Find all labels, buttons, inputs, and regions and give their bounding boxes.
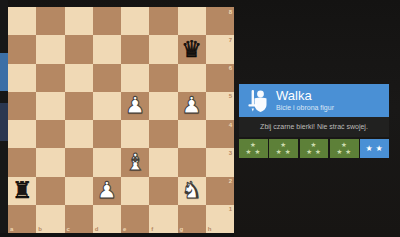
board-bottom-strip xyxy=(0,233,234,237)
app-window: 8♛76♟♟54♝3♜♟♞2abcdefg1h Walka Bicie i ob… xyxy=(0,0,400,237)
file-label-c: c xyxy=(67,226,70,232)
sidebar-item[interactable] xyxy=(0,103,8,141)
square-g2[interactable]: ♞ xyxy=(178,177,206,205)
square-e4[interactable] xyxy=(121,120,149,148)
square-d8[interactable] xyxy=(93,7,121,35)
square-f2[interactable] xyxy=(149,177,177,205)
piece-white-pawn[interactable]: ♟ xyxy=(181,94,202,117)
square-h5[interactable]: 5 xyxy=(206,92,234,120)
square-a1[interactable]: a xyxy=(8,205,36,233)
rank-label-4: 4 xyxy=(229,122,232,128)
star-icon: ★ xyxy=(280,141,287,148)
square-g3[interactable] xyxy=(178,148,206,176)
square-f1[interactable]: f xyxy=(149,205,177,233)
square-b5[interactable] xyxy=(36,92,64,120)
star-icon: ★ xyxy=(365,144,373,153)
square-d5[interactable] xyxy=(93,92,121,120)
square-e7[interactable] xyxy=(121,35,149,63)
file-label-f: f xyxy=(151,226,153,232)
square-d3[interactable] xyxy=(93,148,121,176)
lesson-subtitle: Bicie i obrona figur xyxy=(276,103,334,112)
square-f6[interactable] xyxy=(149,64,177,92)
square-h2[interactable]: 2 xyxy=(206,177,234,205)
sword-shield-icon xyxy=(245,88,271,114)
star-icon: ★ xyxy=(246,148,253,155)
square-e3[interactable]: ♝ xyxy=(121,148,149,176)
square-b4[interactable] xyxy=(36,120,64,148)
star-icon: ★ xyxy=(276,148,283,155)
progress-tile-1-completed[interactable]: ★★★ xyxy=(239,139,268,158)
square-e1[interactable]: e xyxy=(121,205,149,233)
square-e2[interactable] xyxy=(121,177,149,205)
square-a6[interactable] xyxy=(8,64,36,92)
star-icon: ★ xyxy=(250,141,257,148)
square-h3[interactable]: 3 xyxy=(206,148,234,176)
star-icon: ★ xyxy=(336,148,343,155)
square-d1[interactable]: d xyxy=(93,205,121,233)
square-h6[interactable]: 6 xyxy=(206,64,234,92)
star-icon: ★ xyxy=(306,148,313,155)
square-d6[interactable] xyxy=(93,64,121,92)
square-f8[interactable] xyxy=(149,7,177,35)
square-g7[interactable]: ♛ xyxy=(178,35,206,63)
square-h8[interactable]: 8 xyxy=(206,7,234,35)
square-b7[interactable] xyxy=(36,35,64,63)
square-c7[interactable] xyxy=(65,35,93,63)
rank-label-6: 6 xyxy=(229,65,232,71)
square-b8[interactable] xyxy=(36,7,64,35)
file-label-d: d xyxy=(95,226,99,232)
square-d4[interactable] xyxy=(93,120,121,148)
piece-black-rook[interactable]: ♜ xyxy=(12,179,33,202)
square-f7[interactable] xyxy=(149,35,177,63)
sidebar-strip xyxy=(0,0,8,237)
square-e8[interactable] xyxy=(121,7,149,35)
file-label-b: b xyxy=(38,226,42,232)
piece-black-queen[interactable]: ♛ xyxy=(181,38,202,61)
square-g4[interactable] xyxy=(178,120,206,148)
rank-label-8: 8 xyxy=(229,9,232,15)
rank-label-7: 7 xyxy=(229,37,232,43)
square-e6[interactable] xyxy=(121,64,149,92)
sidebar-item-active[interactable] xyxy=(0,53,8,91)
square-c8[interactable] xyxy=(65,7,93,35)
lesson-panel: Walka Bicie i obrona figur Zbij czarne b… xyxy=(239,84,389,158)
square-a8[interactable] xyxy=(8,7,36,35)
square-h1[interactable]: 1h xyxy=(206,205,234,233)
rank-label-2: 2 xyxy=(229,178,232,184)
file-label-h: h xyxy=(208,226,212,232)
square-c3[interactable] xyxy=(65,148,93,176)
square-c4[interactable] xyxy=(65,120,93,148)
piece-white-bishop[interactable]: ♝ xyxy=(125,151,146,174)
square-g6[interactable] xyxy=(178,64,206,92)
square-a2[interactable]: ♜ xyxy=(8,177,36,205)
file-label-a: a xyxy=(10,226,13,232)
square-a4[interactable] xyxy=(8,120,36,148)
square-e5[interactable]: ♟ xyxy=(121,92,149,120)
square-g8[interactable] xyxy=(178,7,206,35)
rank-label-1: 1 xyxy=(229,206,232,212)
square-d7[interactable] xyxy=(93,35,121,63)
square-b3[interactable] xyxy=(36,148,64,176)
rank-label-3: 3 xyxy=(229,150,232,156)
lesson-progress-tiles: ★★★★★★★★★★★★★★ xyxy=(239,139,389,158)
square-a7[interactable] xyxy=(8,35,36,63)
star-icon: ★ xyxy=(254,148,261,155)
star-icon: ★ xyxy=(311,141,318,148)
star-icon: ★ xyxy=(315,148,322,155)
star-icon: ★ xyxy=(341,141,348,148)
square-f3[interactable] xyxy=(149,148,177,176)
square-b1[interactable]: b xyxy=(36,205,64,233)
lesson-instruction: Zbij czarne bierki! Nie strać swojej. xyxy=(239,117,389,137)
square-g5[interactable]: ♟ xyxy=(178,92,206,120)
progress-tile-4-completed[interactable]: ★★★ xyxy=(330,139,359,158)
lesson-header: Walka Bicie i obrona figur xyxy=(239,84,389,117)
square-d2[interactable]: ♟ xyxy=(93,177,121,205)
square-c1[interactable]: c xyxy=(65,205,93,233)
progress-tile-2-completed[interactable]: ★★★ xyxy=(269,139,298,158)
file-label-g: g xyxy=(180,226,184,232)
square-h7[interactable]: 7 xyxy=(206,35,234,63)
square-h4[interactable]: 4 xyxy=(206,120,234,148)
square-b2[interactable] xyxy=(36,177,64,205)
square-a3[interactable] xyxy=(8,148,36,176)
progress-tile-3-completed[interactable]: ★★★ xyxy=(300,139,329,158)
piece-white-knight[interactable]: ♞ xyxy=(181,179,202,202)
square-g1[interactable]: g xyxy=(178,205,206,233)
star-icon: ★ xyxy=(345,148,352,155)
square-c6[interactable] xyxy=(65,64,93,92)
piece-white-pawn[interactable]: ♟ xyxy=(97,179,118,202)
square-f5[interactable] xyxy=(149,92,177,120)
square-b6[interactable] xyxy=(36,64,64,92)
star-icon: ★ xyxy=(376,144,384,153)
square-f4[interactable] xyxy=(149,120,177,148)
piece-white-pawn[interactable]: ♟ xyxy=(125,94,146,117)
chess-board[interactable]: 8♛76♟♟54♝3♜♟♞2abcdefg1h xyxy=(8,7,234,233)
square-c2[interactable] xyxy=(65,177,93,205)
lesson-title: Walka xyxy=(276,89,334,103)
star-icon: ★ xyxy=(285,148,292,155)
rank-label-5: 5 xyxy=(229,93,232,99)
square-a5[interactable] xyxy=(8,92,36,120)
square-c5[interactable] xyxy=(65,92,93,120)
progress-tile-5-current[interactable]: ★★ xyxy=(360,139,389,158)
file-label-e: e xyxy=(123,226,126,232)
